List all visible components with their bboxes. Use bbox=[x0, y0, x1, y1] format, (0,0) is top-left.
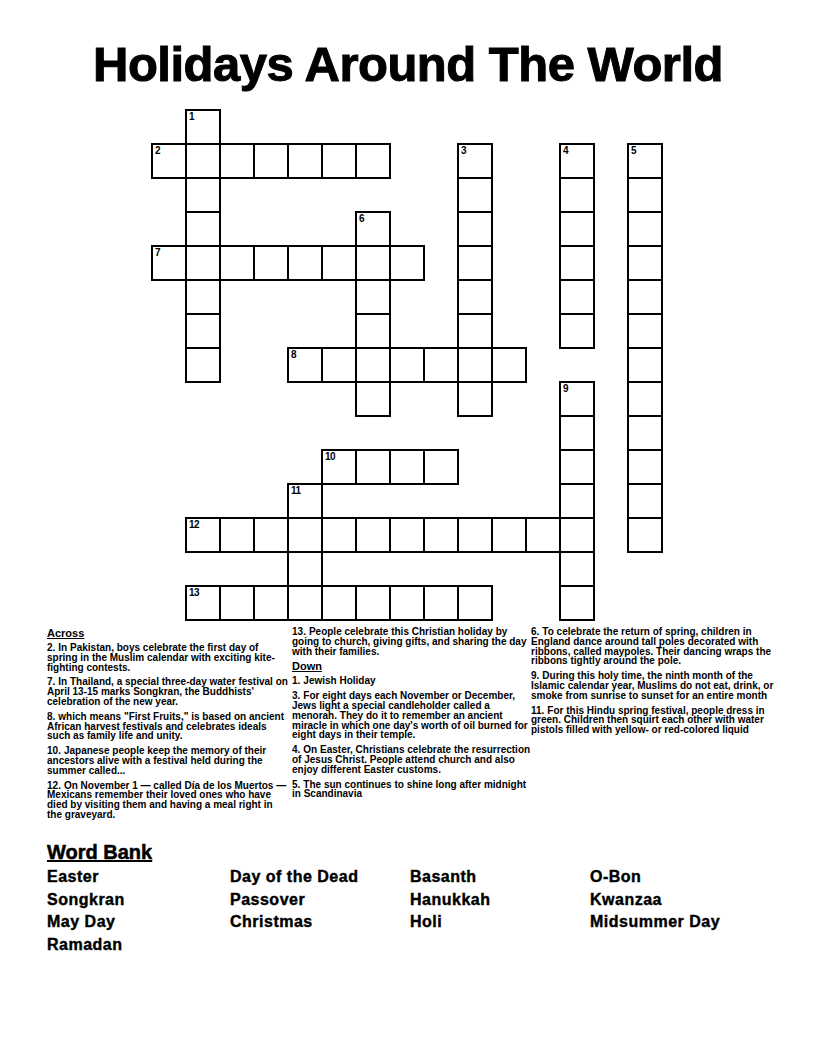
clue-text: In Pakistan, boys celebrate the first da… bbox=[47, 642, 275, 673]
grid-cell[interactable] bbox=[559, 483, 595, 519]
grid-cell[interactable] bbox=[185, 211, 221, 247]
word-bank-column-2: Day of the DeadPassoverChristmas bbox=[230, 866, 358, 934]
word-bank-item: Christmas bbox=[230, 911, 358, 934]
grid-cell[interactable] bbox=[423, 517, 459, 553]
grid-cell[interactable] bbox=[185, 245, 221, 281]
grid-cell[interactable] bbox=[219, 245, 255, 281]
clue-down-5: 5The sun continues to shine long after m… bbox=[292, 780, 535, 800]
grid-cell[interactable] bbox=[355, 381, 391, 417]
clue-across-8: 8which means "First Fruits," is based on… bbox=[47, 712, 290, 741]
crossword-grid: 12345678910111213 bbox=[152, 110, 664, 622]
grid-cell[interactable] bbox=[491, 347, 527, 383]
word-bank-item: Kwanzaa bbox=[590, 889, 720, 912]
grid-cell[interactable] bbox=[559, 415, 595, 451]
grid-cell[interactable] bbox=[457, 177, 493, 213]
grid-cell[interactable] bbox=[423, 347, 459, 383]
clue-number: 10 bbox=[325, 451, 335, 462]
grid-cell[interactable] bbox=[219, 143, 255, 179]
grid-cell[interactable] bbox=[355, 245, 391, 281]
clue-number: 13 bbox=[189, 587, 199, 598]
grid-cell[interactable] bbox=[287, 585, 323, 621]
grid-cell[interactable] bbox=[389, 245, 425, 281]
clue-down-3: 3For eight days each November or Decembe… bbox=[292, 691, 535, 740]
word-bank-column-4: O-BonKwanzaaMidsummer Day bbox=[590, 866, 720, 934]
clue-text: Japanese people keep the memory of their… bbox=[47, 745, 266, 776]
word-bank-heading: Word Bank bbox=[47, 841, 152, 864]
clue-across-2: 2In Pakistan, boys celebrate the first d… bbox=[47, 643, 290, 672]
grid-cell[interactable] bbox=[389, 517, 425, 553]
grid-cell[interactable] bbox=[389, 585, 425, 621]
grid-cell[interactable] bbox=[559, 585, 595, 621]
clue-across-12: 12On November 1 — called Día de los Muer… bbox=[47, 781, 290, 820]
grid-cell[interactable] bbox=[559, 449, 595, 485]
grid-cell[interactable] bbox=[559, 245, 595, 281]
grid-cell[interactable] bbox=[185, 279, 221, 315]
grid-cell[interactable] bbox=[253, 143, 289, 179]
grid-cell[interactable] bbox=[321, 143, 357, 179]
clue-number: 9 bbox=[563, 383, 568, 394]
grid-cell[interactable] bbox=[321, 245, 357, 281]
grid-cell[interactable] bbox=[627, 517, 663, 553]
grid-cell[interactable] bbox=[423, 585, 459, 621]
grid-cell[interactable] bbox=[355, 279, 391, 315]
grid-cell[interactable]: 2 bbox=[151, 143, 187, 179]
clue-across-7: 7In Thailand, a special three-day water … bbox=[47, 677, 290, 706]
clue-number: 7 bbox=[155, 247, 160, 258]
clues-column-1: Across 2In Pakistan, boys celebrate the … bbox=[47, 627, 290, 825]
grid-cell[interactable] bbox=[355, 143, 391, 179]
word-bank-item: May Day bbox=[47, 911, 125, 934]
grid-cell[interactable] bbox=[457, 313, 493, 349]
clue-number-label: 1 bbox=[292, 675, 300, 686]
word-bank-item: Ramadan bbox=[47, 934, 125, 957]
grid-cell[interactable] bbox=[627, 279, 663, 315]
clue-down-4: 4On Easter, Christians celebrate the res… bbox=[292, 745, 535, 774]
grid-cell[interactable] bbox=[457, 517, 493, 553]
grid-cell[interactable] bbox=[627, 211, 663, 247]
grid-cell[interactable] bbox=[185, 143, 221, 179]
clue-across-13: 13People celebrate this Christian holida… bbox=[292, 627, 535, 656]
grid-cell[interactable] bbox=[627, 381, 663, 417]
clue-number: 11 bbox=[291, 485, 301, 496]
grid-cell[interactable] bbox=[457, 245, 493, 281]
clue-down-1: 1Jewish Holiday bbox=[292, 676, 535, 686]
grid-cell[interactable] bbox=[423, 449, 459, 485]
grid-cell[interactable] bbox=[355, 347, 391, 383]
clue-text: Jewish Holiday bbox=[303, 675, 375, 686]
word-bank-item: Songkran bbox=[47, 889, 125, 912]
grid-cell[interactable] bbox=[321, 585, 357, 621]
word-bank-item: Midsummer Day bbox=[590, 911, 720, 934]
grid-cell[interactable] bbox=[457, 381, 493, 417]
word-bank-item: Holi bbox=[410, 911, 490, 934]
grid-cell[interactable]: 13 bbox=[185, 585, 221, 621]
grid-cell[interactable] bbox=[559, 177, 595, 213]
grid-cell[interactable] bbox=[627, 483, 663, 519]
clue-number: 5 bbox=[631, 145, 636, 156]
grid-cell[interactable] bbox=[389, 449, 425, 485]
grid-cell[interactable] bbox=[355, 517, 391, 553]
clues-column-3: 6To celebrate the return of spring, chil… bbox=[531, 627, 774, 740]
down-heading: Down bbox=[292, 661, 535, 672]
clue-number: 2 bbox=[155, 145, 160, 156]
grid-cell[interactable]: 8 bbox=[287, 347, 323, 383]
grid-cell[interactable] bbox=[627, 177, 663, 213]
grid-cell[interactable] bbox=[321, 517, 357, 553]
grid-cell[interactable]: 1 bbox=[185, 109, 221, 145]
grid-cell[interactable]: 5 bbox=[627, 143, 663, 179]
grid-cell[interactable] bbox=[287, 551, 323, 587]
clue-text: The sun continues to shine long after mi… bbox=[292, 779, 526, 800]
clue-text: which means "First Fruits," is based on … bbox=[47, 711, 284, 742]
clues-column-2: 13People celebrate this Christian holida… bbox=[292, 627, 535, 804]
grid-cell[interactable] bbox=[185, 177, 221, 213]
clue-text: To celebrate the return of spring, child… bbox=[531, 626, 771, 666]
clue-down-9: 9During this holy time, the ninth month … bbox=[531, 671, 774, 700]
grid-cell[interactable] bbox=[559, 313, 595, 349]
grid-cell[interactable] bbox=[559, 551, 595, 587]
grid-cell[interactable] bbox=[491, 517, 527, 553]
grid-cell[interactable] bbox=[355, 449, 391, 485]
across-heading: Across bbox=[47, 628, 290, 639]
clue-down-11: 11For this Hindu spring festival, people… bbox=[531, 706, 774, 735]
word-bank-item: Passover bbox=[230, 889, 358, 912]
grid-cell[interactable]: 4 bbox=[559, 143, 595, 179]
grid-cell[interactable] bbox=[457, 585, 493, 621]
grid-cell[interactable] bbox=[355, 585, 391, 621]
grid-cell[interactable] bbox=[355, 313, 391, 349]
grid-cell[interactable] bbox=[457, 347, 493, 383]
grid-cell[interactable] bbox=[287, 245, 323, 281]
clue-number: 4 bbox=[563, 145, 568, 156]
clue-number: 8 bbox=[291, 349, 296, 360]
grid-cell[interactable] bbox=[321, 347, 357, 383]
grid-cell[interactable] bbox=[559, 279, 595, 315]
clue-down-6: 6To celebrate the return of spring, chil… bbox=[531, 627, 774, 666]
grid-cell[interactable] bbox=[287, 143, 323, 179]
grid-cell[interactable] bbox=[389, 347, 425, 383]
grid-cell[interactable] bbox=[185, 347, 221, 383]
grid-cell[interactable]: 7 bbox=[151, 245, 187, 281]
grid-cell[interactable]: 11 bbox=[287, 483, 323, 519]
grid-cell[interactable] bbox=[253, 245, 289, 281]
page: Holidays Around The World 12345678910111… bbox=[0, 0, 816, 1056]
grid-cell[interactable] bbox=[525, 517, 561, 553]
word-bank-item: O-Bon bbox=[590, 866, 720, 889]
clue-number: 1 bbox=[189, 111, 194, 122]
grid-cell[interactable] bbox=[457, 211, 493, 247]
grid-cell[interactable]: 6 bbox=[355, 211, 391, 247]
grid-cell[interactable] bbox=[287, 517, 323, 553]
clue-text: In Thailand, a special three-day water f… bbox=[47, 676, 288, 707]
word-bank-column-3: BasanthHanukkahHoli bbox=[410, 866, 490, 934]
grid-cell[interactable] bbox=[219, 517, 255, 553]
grid-cell[interactable]: 10 bbox=[321, 449, 357, 485]
word-bank-item: Basanth bbox=[410, 866, 490, 889]
grid-cell[interactable] bbox=[627, 245, 663, 281]
clue-text: During this holy time, the ninth month o… bbox=[531, 670, 773, 701]
clue-number: 6 bbox=[359, 213, 364, 224]
grid-cell[interactable] bbox=[627, 449, 663, 485]
grid-cell[interactable]: 12 bbox=[185, 517, 221, 553]
word-bank-item: Easter bbox=[47, 866, 125, 889]
clue-number: 12 bbox=[189, 519, 199, 530]
grid-cell[interactable] bbox=[457, 279, 493, 315]
grid-cell[interactable] bbox=[185, 313, 221, 349]
clue-text: On November 1 — called Día de los Muerto… bbox=[47, 780, 286, 820]
grid-cell[interactable] bbox=[627, 313, 663, 349]
clue-text: For eight days each November or December… bbox=[292, 690, 528, 740]
clue-text: People celebrate this Christian holiday … bbox=[292, 626, 526, 657]
clue-text: For this Hindu spring festival, people d… bbox=[531, 705, 765, 736]
grid-cell[interactable] bbox=[219, 585, 255, 621]
grid-cell[interactable]: 3 bbox=[457, 143, 493, 179]
grid-cell[interactable] bbox=[627, 415, 663, 451]
word-bank-item: Hanukkah bbox=[410, 889, 490, 912]
word-bank-column-1: EasterSongkranMay DayRamadan bbox=[47, 866, 125, 956]
grid-cell[interactable] bbox=[627, 347, 663, 383]
grid-cell[interactable] bbox=[253, 517, 289, 553]
grid-cell[interactable] bbox=[253, 585, 289, 621]
grid-cell[interactable] bbox=[559, 517, 595, 553]
page-title: Holidays Around The World bbox=[0, 40, 816, 89]
clue-text: On Easter, Christians celebrate the resu… bbox=[292, 744, 530, 775]
grid-cell[interactable]: 9 bbox=[559, 381, 595, 417]
word-bank-item: Day of the Dead bbox=[230, 866, 358, 889]
clue-across-10: 10Japanese people keep the memory of the… bbox=[47, 746, 290, 775]
grid-cell[interactable] bbox=[559, 211, 595, 247]
clue-number: 3 bbox=[461, 145, 466, 156]
